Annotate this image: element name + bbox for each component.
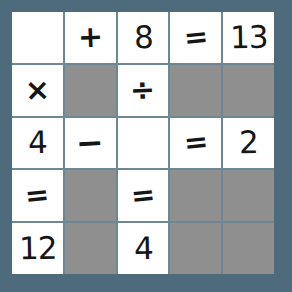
cell-value: = [182,22,209,53]
cell-value: 4 [133,233,152,264]
cell-r2c4-blocked [170,65,221,116]
cell-r1c5-given: 13 [223,12,274,63]
cell-value: = [24,180,51,211]
cell-r4c4-blocked [170,170,221,221]
cell-value: 2 [239,127,258,158]
cell-r1c1-empty[interactable] [12,12,63,63]
cell-value: 4 [28,127,47,158]
cell-r4c5-blocked [223,170,274,221]
cell-value: + [77,22,103,53]
cell-value: 8 [133,22,152,53]
cell-r5c1-given: 12 [12,223,63,274]
cell-r4c1-given: = [12,170,63,221]
cell-value: × [24,75,50,106]
cell-r1c3-given: 8 [118,12,169,63]
cell-r1c2-given: + [65,12,116,63]
cell-r5c2-blocked [65,223,116,274]
cell-r2c1-given: × [12,65,63,116]
cell-r2c5-blocked [223,65,274,116]
puzzle-grid: +8=13×÷4−=2==124 [12,12,274,274]
cell-r5c4-blocked [170,223,221,274]
cell-r5c5-blocked [223,223,274,274]
cell-value: = [182,127,209,158]
cell-value: 12 [18,233,56,265]
cell-r4c3-given: = [118,170,169,221]
cell-value: 13 [230,22,268,54]
cell-r3c2-given: − [65,118,116,169]
cell-r3c4-given: = [170,118,221,169]
cell-r3c3-empty[interactable] [118,118,169,169]
cell-r3c5-given: 2 [223,118,274,169]
cell-r5c3-given: 4 [118,223,169,274]
cell-value: − [76,126,105,160]
puzzle-board-frame: +8=13×÷4−=2==124 [0,0,292,292]
cell-r1c4-given: = [170,12,221,63]
cell-r3c1-given: 4 [12,118,63,169]
cell-r2c3-given: ÷ [118,65,169,116]
cell-value: = [129,180,156,211]
cell-r2c2-blocked [65,65,116,116]
cell-value: ÷ [130,75,156,106]
cell-r4c2-blocked [65,170,116,221]
